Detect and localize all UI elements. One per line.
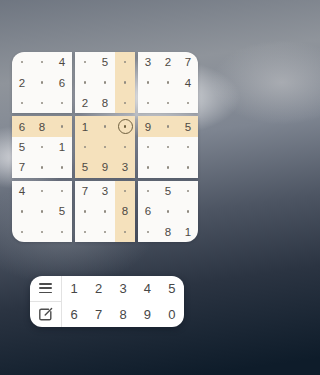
empty-cell-dot — [187, 102, 190, 105]
cell-r1c2[interactable] — [32, 52, 52, 72]
cell-r2c4[interactable] — [75, 72, 95, 92]
notes-button[interactable] — [30, 302, 61, 328]
numpad-digit-7[interactable]: 7 — [86, 302, 110, 328]
empty-cell-dot — [167, 125, 170, 128]
cell-r4c1[interactable]: 6 — [12, 116, 32, 136]
cell-r3c9[interactable] — [178, 93, 198, 113]
empty-cell-dot — [167, 210, 170, 213]
numpad-digit-1[interactable]: 1 — [62, 276, 86, 302]
empty-cell-dot — [61, 125, 64, 128]
cell-r9c8[interactable]: 8 — [158, 222, 178, 242]
cell-r2c5[interactable] — [95, 72, 115, 92]
empty-cell-dot — [124, 102, 127, 105]
empty-cell-dot — [61, 190, 64, 193]
cell-r1c4[interactable] — [75, 52, 95, 72]
empty-cell-dot — [124, 190, 127, 193]
board-box-5: 1593 — [75, 116, 135, 177]
cell-r8c3[interactable]: 5 — [52, 201, 72, 221]
empty-cell-dot — [104, 81, 107, 84]
menu-icon — [39, 283, 52, 293]
cell-r4c4[interactable]: 1 — [75, 116, 95, 136]
cell-r7c8[interactable]: 5 — [158, 181, 178, 201]
cell-r2c9[interactable]: 4 — [178, 72, 198, 92]
numpad-digit-4[interactable]: 4 — [135, 276, 159, 302]
cell-r1c1[interactable] — [12, 52, 32, 72]
cell-r2c8[interactable] — [158, 72, 178, 92]
board-box-7: 45 — [12, 181, 72, 242]
empty-cell-dot — [41, 190, 44, 193]
cell-r5c6[interactable] — [115, 137, 135, 157]
cell-r9c3[interactable] — [52, 222, 72, 242]
board-box-8: 738 — [75, 181, 135, 242]
empty-cell-dot — [21, 61, 24, 64]
cell-r7c3[interactable] — [52, 181, 72, 201]
cell-r5c2[interactable] — [32, 137, 52, 157]
cell-r7c1[interactable]: 4 — [12, 181, 32, 201]
empty-cell-dot — [104, 146, 107, 149]
numpad-digit-6[interactable]: 6 — [62, 302, 86, 328]
empty-cell-dot — [167, 102, 170, 105]
cell-r5c8[interactable] — [158, 137, 178, 157]
empty-cell-dot — [167, 81, 170, 84]
cell-r7c5[interactable]: 3 — [95, 181, 115, 201]
cell-r7c9[interactable] — [178, 181, 198, 201]
cell-r9c1[interactable] — [12, 222, 32, 242]
cell-r9c5[interactable] — [95, 222, 115, 242]
cell-r6c3[interactable] — [52, 157, 72, 177]
cell-r8c5[interactable] — [95, 201, 115, 221]
empty-cell-dot — [84, 61, 87, 64]
cell-r1c9[interactable]: 7 — [178, 52, 198, 72]
cell-r6c9[interactable] — [178, 157, 198, 177]
empty-cell-dot — [167, 166, 170, 169]
empty-cell-dot — [147, 146, 150, 149]
menu-button[interactable] — [30, 276, 61, 302]
cell-r2c7[interactable] — [138, 72, 158, 92]
board-box-6: 95 — [138, 116, 198, 177]
empty-cell-dot — [147, 102, 150, 105]
cell-r6c1[interactable]: 7 — [12, 157, 32, 177]
cell-r8c2[interactable] — [32, 201, 52, 221]
cell-r7c7[interactable] — [138, 181, 158, 201]
cell-r9c6[interactable] — [115, 222, 135, 242]
cell-r8c8[interactable] — [158, 201, 178, 221]
empty-cell-dot — [21, 210, 24, 213]
empty-cell-dot — [104, 210, 107, 213]
empty-cell-dot — [84, 231, 87, 234]
cell-r1c5[interactable]: 5 — [95, 52, 115, 72]
cell-r6c5[interactable]: 9 — [95, 157, 115, 177]
empty-cell-dot — [61, 102, 64, 105]
cell-r2c1[interactable]: 2 — [12, 72, 32, 92]
cell-r4c9[interactable]: 5 — [178, 116, 198, 136]
empty-cell-dot — [124, 81, 127, 84]
cell-r8c9[interactable] — [178, 201, 198, 221]
board-box-9: 5681 — [138, 181, 198, 242]
empty-cell-dot — [147, 166, 150, 169]
cell-r3c3[interactable] — [52, 93, 72, 113]
empty-cell-dot — [124, 146, 127, 149]
notes-icon — [38, 307, 53, 322]
cell-r4c3[interactable] — [52, 116, 72, 136]
empty-cell-dot — [41, 210, 44, 213]
numpad-digit-3[interactable]: 3 — [111, 276, 135, 302]
numpad-digit-9[interactable]: 9 — [135, 302, 159, 328]
board-box-3: 3274 — [138, 52, 198, 113]
cell-r9c9[interactable]: 1 — [178, 222, 198, 242]
number-pad: 1234567890 — [30, 276, 184, 327]
cell-r6c6[interactable]: 3 — [115, 157, 135, 177]
empty-cell-dot — [124, 231, 127, 234]
board-box-1: 426 — [12, 52, 72, 113]
cell-r6c7[interactable] — [138, 157, 158, 177]
empty-cell-dot — [41, 102, 44, 105]
empty-cell-dot — [61, 231, 64, 234]
cell-r3c4[interactable]: 2 — [75, 93, 95, 113]
empty-cell-dot — [187, 190, 190, 193]
cell-r5c3[interactable]: 1 — [52, 137, 72, 157]
cell-r5c5[interactable] — [95, 137, 115, 157]
cell-r3c6[interactable] — [115, 93, 135, 113]
cell-r1c3[interactable]: 4 — [52, 52, 72, 72]
empty-cell-dot — [147, 231, 150, 234]
cell-r3c7[interactable] — [138, 93, 158, 113]
cell-r8c4[interactable] — [75, 201, 95, 221]
cell-r6c8[interactable] — [158, 157, 178, 177]
pad-digits: 1234567890 — [61, 276, 184, 327]
empty-cell-dot — [61, 166, 64, 169]
cell-r7c6[interactable] — [115, 181, 135, 201]
sudoku-board: 426528327468517159395457385681 — [12, 52, 198, 242]
empty-cell-dot — [187, 210, 190, 213]
cell-r1c8[interactable]: 2 — [158, 52, 178, 72]
empty-cell-dot — [104, 125, 107, 128]
cell-r4c5[interactable] — [95, 116, 115, 136]
selected-cell-ring — [118, 119, 133, 134]
cell-r4c8[interactable] — [158, 116, 178, 136]
numpad-digit-5[interactable]: 5 — [160, 276, 184, 302]
cell-r3c2[interactable] — [32, 93, 52, 113]
cell-r8c7[interactable]: 6 — [138, 201, 158, 221]
numpad-digit-2[interactable]: 2 — [86, 276, 110, 302]
empty-cell-dot — [147, 81, 150, 84]
cell-r5c1[interactable]: 5 — [12, 137, 32, 157]
cell-r5c7[interactable] — [138, 137, 158, 157]
empty-cell-dot — [41, 81, 44, 84]
cell-r3c1[interactable] — [12, 93, 32, 113]
cell-r5c9[interactable] — [178, 137, 198, 157]
cell-r3c8[interactable] — [158, 93, 178, 113]
cell-r5c4[interactable] — [75, 137, 95, 157]
pad-icon-column — [30, 276, 61, 327]
empty-cell-dot — [167, 146, 170, 149]
board-box-2: 528 — [75, 52, 135, 113]
cell-r2c2[interactable] — [32, 72, 52, 92]
empty-cell-dot — [187, 146, 190, 149]
empty-cell-dot — [187, 166, 190, 169]
cell-r8c1[interactable] — [12, 201, 32, 221]
cell-r6c2[interactable] — [32, 157, 52, 177]
empty-cell-dot — [84, 210, 87, 213]
empty-cell-dot — [41, 166, 44, 169]
cell-r7c2[interactable] — [32, 181, 52, 201]
empty-cell-dot — [124, 61, 127, 64]
numpad-digit-0[interactable]: 0 — [160, 302, 184, 328]
empty-cell-dot — [41, 231, 44, 234]
cell-r4c2[interactable]: 8 — [32, 116, 52, 136]
cell-r9c2[interactable] — [32, 222, 52, 242]
board-box-4: 68517 — [12, 116, 72, 177]
cell-r3c5[interactable]: 8 — [95, 93, 115, 113]
cell-r4c7[interactable]: 9 — [138, 116, 158, 136]
empty-cell-dot — [21, 231, 24, 234]
empty-cell-dot — [41, 146, 44, 149]
empty-cell-dot — [104, 231, 107, 234]
empty-cell-dot — [147, 190, 150, 193]
numpad-digit-8[interactable]: 8 — [111, 302, 135, 328]
cell-r2c6[interactable] — [115, 72, 135, 92]
empty-cell-dot — [21, 102, 24, 105]
cell-r6c4[interactable]: 5 — [75, 157, 95, 177]
cell-r2c3[interactable]: 6 — [52, 72, 72, 92]
cell-r9c7[interactable] — [138, 222, 158, 242]
cell-r9c4[interactable] — [75, 222, 95, 242]
cell-r1c6[interactable] — [115, 52, 135, 72]
cell-r4c6[interactable] — [115, 116, 135, 136]
cell-r7c4[interactable]: 7 — [75, 181, 95, 201]
empty-cell-dot — [41, 61, 44, 64]
empty-cell-dot — [84, 81, 87, 84]
cell-r8c6[interactable]: 8 — [115, 201, 135, 221]
empty-cell-dot — [84, 146, 87, 149]
cell-r1c7[interactable]: 3 — [138, 52, 158, 72]
